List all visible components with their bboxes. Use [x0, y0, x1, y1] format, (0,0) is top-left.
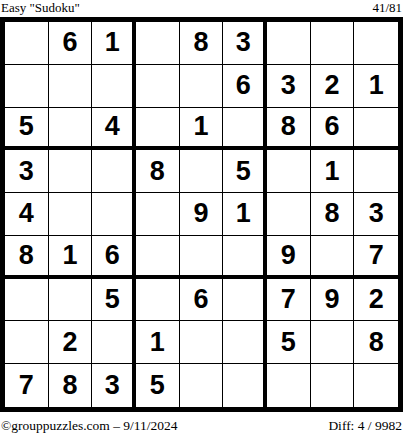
cell-r6c8[interactable] — [311, 236, 355, 279]
cell-r8c8[interactable] — [311, 321, 355, 364]
cell-r3c6[interactable] — [223, 108, 267, 151]
cell-r2c6[interactable]: 6 — [223, 65, 267, 108]
cell-r6c1[interactable]: 8 — [5, 236, 49, 279]
cell-r4c5[interactable] — [180, 150, 224, 193]
cell-r9c5[interactable] — [180, 364, 224, 407]
cell-r8c9[interactable]: 8 — [354, 321, 398, 364]
cell-r8c5[interactable] — [180, 321, 224, 364]
cell-r7c7[interactable]: 7 — [267, 279, 311, 322]
cell-r3c7[interactable]: 8 — [267, 108, 311, 151]
puzzle-title: Easy "Sudoku" — [1, 0, 80, 15]
cell-r2c5[interactable] — [180, 65, 224, 108]
cell-r8c3[interactable] — [92, 321, 136, 364]
cell-r6c4[interactable] — [136, 236, 180, 279]
cell-r3c5[interactable]: 1 — [180, 108, 224, 151]
cell-r1c9[interactable] — [354, 22, 398, 65]
cell-r5c7[interactable] — [267, 193, 311, 236]
cell-r1c8[interactable] — [311, 22, 355, 65]
cell-r1c6[interactable]: 3 — [223, 22, 267, 65]
cell-r2c9[interactable]: 1 — [354, 65, 398, 108]
cell-r7c4[interactable] — [136, 279, 180, 322]
cell-r4c6[interactable]: 5 — [223, 150, 267, 193]
cell-r1c7[interactable] — [267, 22, 311, 65]
cell-r5c2[interactable] — [49, 193, 93, 236]
cell-r7c6[interactable] — [223, 279, 267, 322]
cell-r5c9[interactable]: 3 — [354, 193, 398, 236]
cell-r9c1[interactable]: 7 — [5, 364, 49, 407]
footer: ©grouppuzzles.com – 9/11/2024 Diff: 4 / … — [0, 412, 403, 437]
cell-r9c8[interactable] — [311, 364, 355, 407]
cell-r6c7[interactable]: 9 — [267, 236, 311, 279]
cell-r4c1[interactable]: 3 — [5, 150, 49, 193]
cell-r6c5[interactable] — [180, 236, 224, 279]
cell-r9c3[interactable]: 3 — [92, 364, 136, 407]
cell-r1c2[interactable]: 6 — [49, 22, 93, 65]
cell-r9c7[interactable] — [267, 364, 311, 407]
cell-r6c2[interactable]: 1 — [49, 236, 93, 279]
cell-r4c7[interactable] — [267, 150, 311, 193]
cell-r4c3[interactable] — [92, 150, 136, 193]
cell-r7c8[interactable]: 9 — [311, 279, 355, 322]
cell-r4c2[interactable] — [49, 150, 93, 193]
cell-r1c4[interactable] — [136, 22, 180, 65]
cell-r5c4[interactable] — [136, 193, 180, 236]
cell-r3c2[interactable] — [49, 108, 93, 151]
cell-r7c1[interactable] — [5, 279, 49, 322]
cell-r1c3[interactable]: 1 — [92, 22, 136, 65]
cell-r6c3[interactable]: 6 — [92, 236, 136, 279]
cell-r2c2[interactable] — [49, 65, 93, 108]
cell-r5c1[interactable]: 4 — [5, 193, 49, 236]
cell-r5c6[interactable]: 1 — [223, 193, 267, 236]
cell-r8c4[interactable]: 1 — [136, 321, 180, 364]
difficulty-label: Diff: 4 / 9982 — [328, 417, 402, 434]
cell-r5c3[interactable] — [92, 193, 136, 236]
cell-r8c2[interactable]: 2 — [49, 321, 93, 364]
cell-r2c7[interactable]: 3 — [267, 65, 311, 108]
cell-r6c9[interactable]: 7 — [354, 236, 398, 279]
cell-r3c9[interactable] — [354, 108, 398, 151]
cell-r5c5[interactable]: 9 — [180, 193, 224, 236]
cell-r7c2[interactable] — [49, 279, 93, 322]
cell-r7c9[interactable]: 2 — [354, 279, 398, 322]
cell-r5c8[interactable]: 8 — [311, 193, 355, 236]
cell-r9c6[interactable] — [223, 364, 267, 407]
cell-r4c4[interactable]: 8 — [136, 150, 180, 193]
cell-r7c5[interactable]: 6 — [180, 279, 224, 322]
cell-r4c8[interactable]: 1 — [311, 150, 355, 193]
sudoku-board: 6183632154186385149183816975679221587835 — [0, 17, 403, 412]
cell-r8c1[interactable] — [5, 321, 49, 364]
cell-r2c8[interactable]: 2 — [311, 65, 355, 108]
cell-r1c1[interactable] — [5, 22, 49, 65]
cell-r2c3[interactable] — [92, 65, 136, 108]
header: Easy "Sudoku" 41/81 — [0, 0, 403, 17]
cell-r3c8[interactable]: 6 — [311, 108, 355, 151]
cell-r9c4[interactable]: 5 — [136, 364, 180, 407]
cell-r2c1[interactable] — [5, 65, 49, 108]
cell-r1c5[interactable]: 8 — [180, 22, 224, 65]
cell-r3c4[interactable] — [136, 108, 180, 151]
cell-r9c9[interactable] — [354, 364, 398, 407]
copyright-credit: ©grouppuzzles.com – 9/11/2024 — [1, 417, 178, 434]
cell-r7c3[interactable]: 5 — [92, 279, 136, 322]
cell-r9c2[interactable]: 8 — [49, 364, 93, 407]
cell-r2c4[interactable] — [136, 65, 180, 108]
cell-r3c3[interactable]: 4 — [92, 108, 136, 151]
cell-r8c7[interactable]: 5 — [267, 321, 311, 364]
cell-counter: 41/81 — [372, 0, 402, 15]
cell-r6c6[interactable] — [223, 236, 267, 279]
puzzle-page: Easy "Sudoku" 41/81 61836321541863851491… — [0, 0, 403, 437]
cell-r3c1[interactable]: 5 — [5, 108, 49, 151]
cell-r4c9[interactable] — [354, 150, 398, 193]
cell-r8c6[interactable] — [223, 321, 267, 364]
